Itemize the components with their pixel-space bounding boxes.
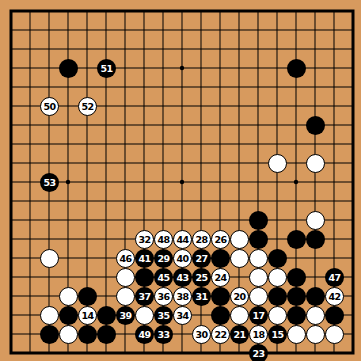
- stone-black-43[interactable]: 43: [173, 268, 192, 287]
- stone-white-34[interactable]: 34: [173, 306, 192, 325]
- stone-black-plain[interactable]: [287, 306, 306, 325]
- stone-white-plain[interactable]: [40, 306, 59, 325]
- stone-white-plain[interactable]: [325, 325, 344, 344]
- stone-black-plain[interactable]: [59, 306, 78, 325]
- stone-white-plain[interactable]: [230, 249, 249, 268]
- stone-white-plain[interactable]: [249, 249, 268, 268]
- stone-white-38[interactable]: 38: [173, 287, 192, 306]
- stone-black-plain[interactable]: [306, 116, 325, 135]
- stone-white-plain[interactable]: [306, 154, 325, 173]
- stone-black-plain[interactable]: [268, 249, 287, 268]
- stone-white-plain[interactable]: [306, 306, 325, 325]
- stone-black-39[interactable]: 39: [116, 306, 135, 325]
- stone-black-plain[interactable]: [211, 306, 230, 325]
- stone-white-plain[interactable]: [230, 306, 249, 325]
- stone-black-15[interactable]: 15: [268, 325, 287, 344]
- stone-black-plain[interactable]: [40, 325, 59, 344]
- star-point: [180, 66, 184, 70]
- stone-black-41[interactable]: 41: [135, 249, 154, 268]
- stone-black-27[interactable]: 27: [192, 249, 211, 268]
- stone-black-plain[interactable]: [135, 268, 154, 287]
- stone-white-32[interactable]: 32: [135, 230, 154, 249]
- stone-white-plain[interactable]: [135, 306, 154, 325]
- stone-black-33[interactable]: 33: [154, 325, 173, 344]
- stone-black-plain[interactable]: [78, 287, 97, 306]
- stone-black-35[interactable]: 35: [154, 306, 173, 325]
- stone-black-plain[interactable]: [211, 249, 230, 268]
- stone-white-40[interactable]: 40: [173, 249, 192, 268]
- stone-white-28[interactable]: 28: [192, 230, 211, 249]
- stone-white-14[interactable]: 14: [78, 306, 97, 325]
- stone-black-31[interactable]: 31: [192, 287, 211, 306]
- stone-black-45[interactable]: 45: [154, 268, 173, 287]
- go-board[interactable]: 5150525332484428264641294027454325244737…: [0, 0, 361, 361]
- stone-black-49[interactable]: 49: [135, 325, 154, 344]
- stone-black-53[interactable]: 53: [40, 173, 59, 192]
- stone-black-37[interactable]: 37: [135, 287, 154, 306]
- stone-black-plain[interactable]: [287, 287, 306, 306]
- stone-black-25[interactable]: 25: [192, 268, 211, 287]
- stone-black-47[interactable]: 47: [325, 268, 344, 287]
- star-point: [294, 180, 298, 184]
- stone-white-42[interactable]: 42: [325, 287, 344, 306]
- stone-white-plain[interactable]: [268, 268, 287, 287]
- stone-white-plain[interactable]: [230, 230, 249, 249]
- stone-black-17[interactable]: 17: [249, 306, 268, 325]
- stone-black-plain[interactable]: [306, 230, 325, 249]
- stone-black-plain[interactable]: [287, 59, 306, 78]
- stone-white-plain[interactable]: [249, 268, 268, 287]
- stone-black-plain[interactable]: [59, 59, 78, 78]
- stone-white-22[interactable]: 22: [211, 325, 230, 344]
- stone-white-plain[interactable]: [268, 306, 287, 325]
- stone-white-plain[interactable]: [268, 154, 287, 173]
- stone-white-plain[interactable]: [59, 287, 78, 306]
- stone-white-plain[interactable]: [116, 268, 135, 287]
- stone-white-30[interactable]: 30: [192, 325, 211, 344]
- stone-white-26[interactable]: 26: [211, 230, 230, 249]
- stone-black-23[interactable]: 23: [249, 344, 268, 361]
- stone-black-plain[interactable]: [97, 325, 116, 344]
- stone-white-46[interactable]: 46: [116, 249, 135, 268]
- stone-black-plain[interactable]: [249, 211, 268, 230]
- stone-white-plain[interactable]: [287, 325, 306, 344]
- stone-white-20[interactable]: 20: [230, 287, 249, 306]
- star-point: [180, 180, 184, 184]
- stone-white-24[interactable]: 24: [211, 268, 230, 287]
- stone-white-48[interactable]: 48: [154, 230, 173, 249]
- stone-white-44[interactable]: 44: [173, 230, 192, 249]
- stone-white-plain[interactable]: [116, 287, 135, 306]
- stone-black-plain[interactable]: [287, 268, 306, 287]
- stone-black-plain[interactable]: [97, 306, 116, 325]
- stone-white-plain[interactable]: [249, 287, 268, 306]
- star-point: [66, 180, 70, 184]
- stone-white-52[interactable]: 52: [78, 97, 97, 116]
- stone-black-51[interactable]: 51: [97, 59, 116, 78]
- stone-white-50[interactable]: 50: [40, 97, 59, 116]
- stone-black-plain[interactable]: [287, 230, 306, 249]
- stone-black-plain[interactable]: [325, 306, 344, 325]
- stone-white-plain[interactable]: [40, 249, 59, 268]
- stone-white-plain[interactable]: [306, 325, 325, 344]
- stone-black-21[interactable]: 21: [230, 325, 249, 344]
- stone-black-plain[interactable]: [211, 287, 230, 306]
- stone-black-plain[interactable]: [268, 287, 287, 306]
- stone-white-36[interactable]: 36: [154, 287, 173, 306]
- stone-white-plain[interactable]: [306, 211, 325, 230]
- stone-black-plain[interactable]: [78, 325, 97, 344]
- stone-black-plain[interactable]: [249, 230, 268, 249]
- stone-white-18[interactable]: 18: [249, 325, 268, 344]
- stone-white-plain[interactable]: [59, 325, 78, 344]
- stone-black-29[interactable]: 29: [154, 249, 173, 268]
- stone-black-plain[interactable]: [306, 287, 325, 306]
